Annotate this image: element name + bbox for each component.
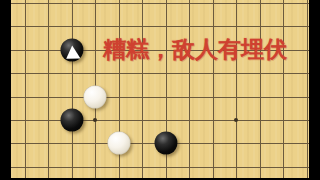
black-stone xyxy=(154,132,177,155)
go-board[interactable] xyxy=(11,0,309,178)
grid-line-horizontal xyxy=(11,73,309,74)
grid-line-horizontal xyxy=(11,167,309,168)
grid-line-horizontal xyxy=(11,120,309,121)
grid-line-horizontal xyxy=(11,3,309,4)
caption-text: 糟糕，敌人有埋伏 xyxy=(103,36,287,62)
star-point xyxy=(93,118,97,122)
white-stone xyxy=(84,85,107,108)
black-stone xyxy=(60,38,83,61)
black-stone xyxy=(60,109,83,132)
letterbox-left xyxy=(0,0,11,180)
letterbox-bottom xyxy=(0,178,320,180)
video-frame: 糟糕，敌人有埋伏 xyxy=(0,0,320,180)
letterbox-right xyxy=(309,0,320,180)
white-stone xyxy=(107,132,130,155)
grid-line-horizontal xyxy=(11,97,309,98)
grid-line-horizontal xyxy=(11,26,309,27)
star-point xyxy=(234,118,238,122)
triangle-marker-icon xyxy=(60,38,83,61)
